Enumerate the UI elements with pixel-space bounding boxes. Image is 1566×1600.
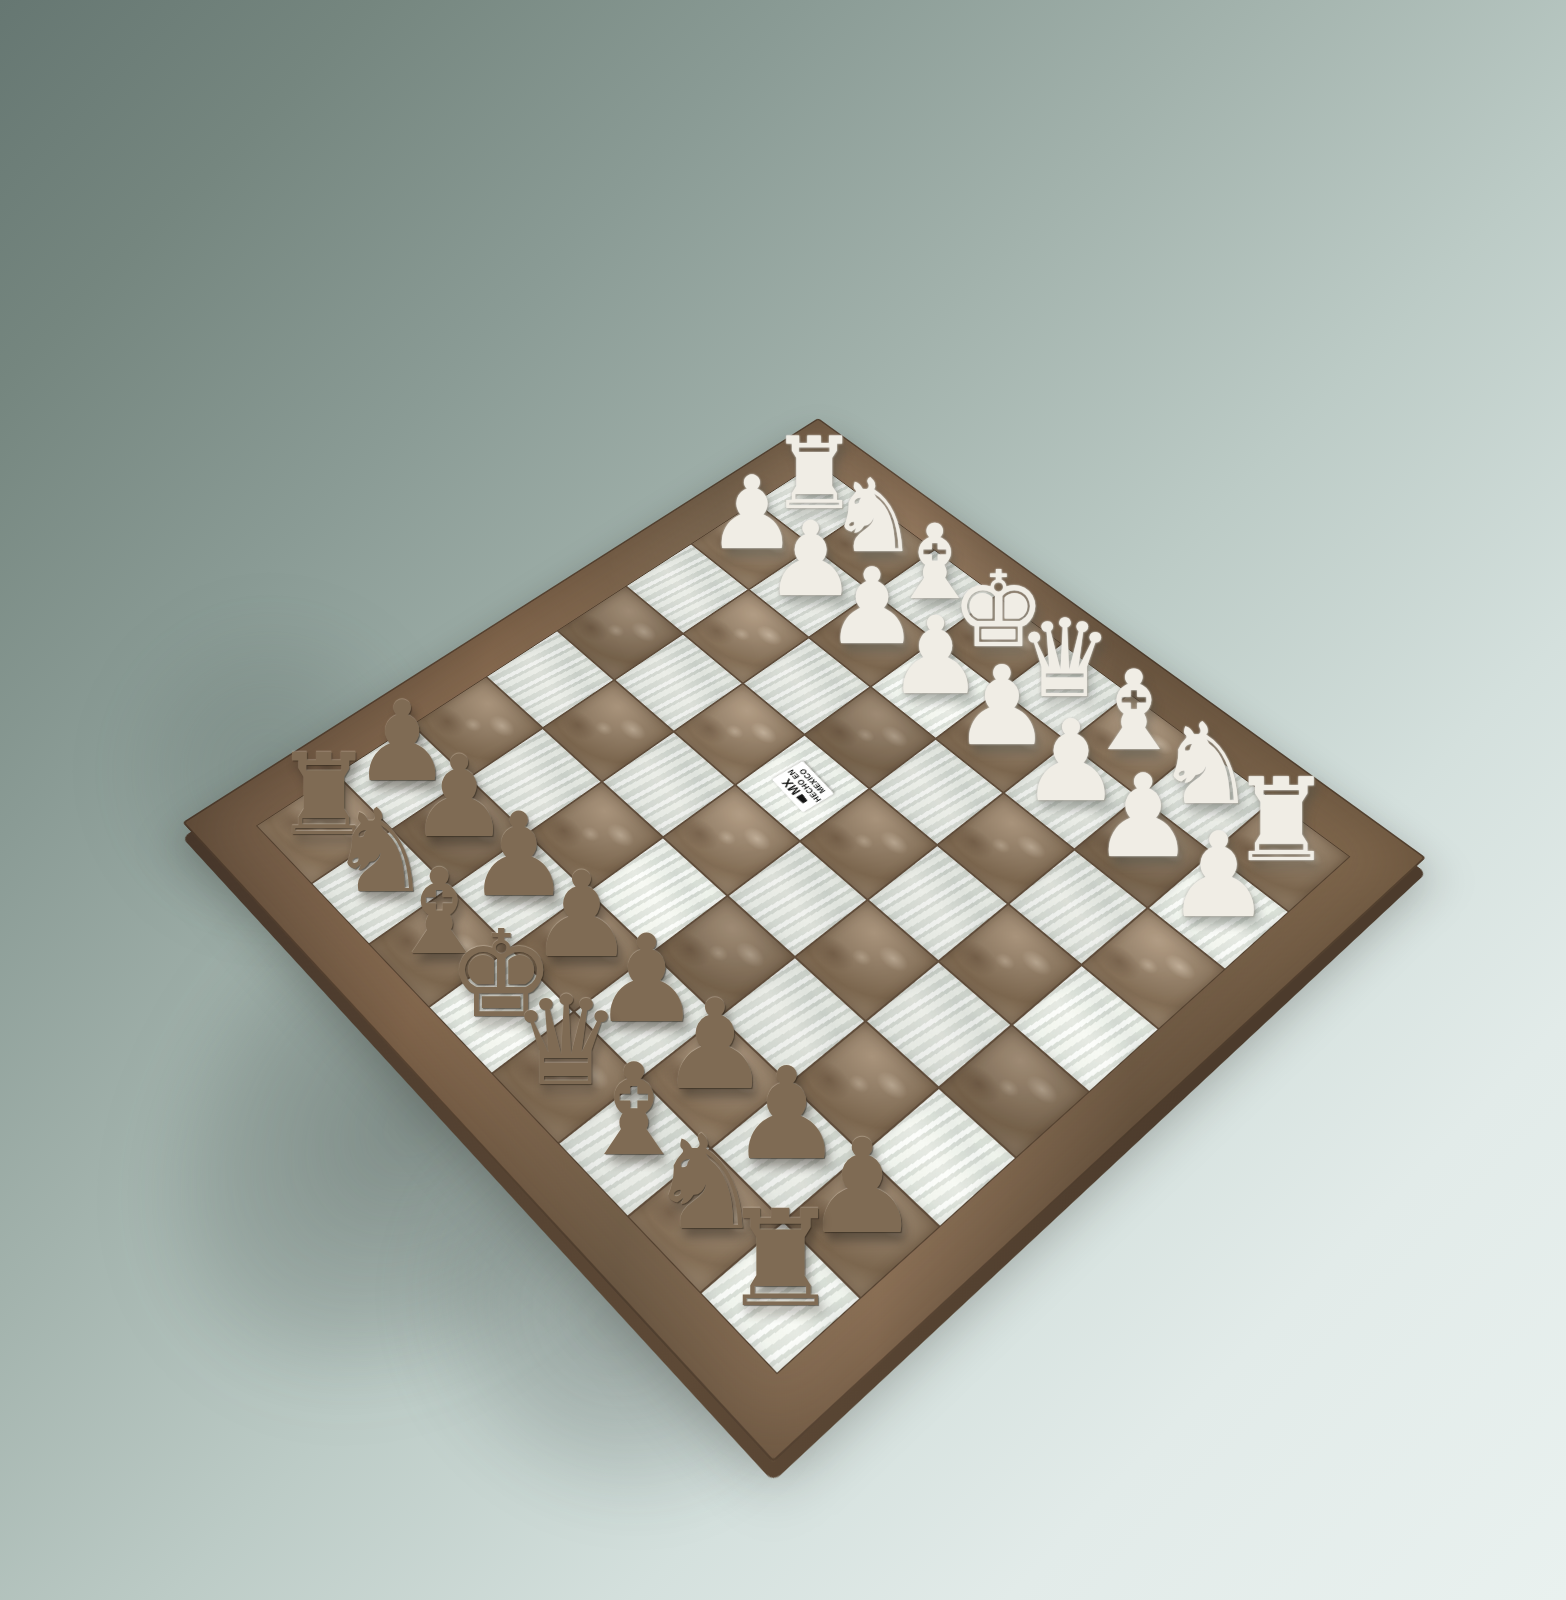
square-e6 <box>590 838 726 951</box>
square-c4 <box>869 846 1006 960</box>
square-c5 <box>796 901 936 1019</box>
square-g8 <box>312 831 448 943</box>
square-a7 <box>785 1155 939 1298</box>
square-d8 <box>493 1013 639 1142</box>
square-a4 <box>1013 966 1157 1090</box>
hecho-en-mexico-sticker: MXHECHO ENMEXICO <box>772 761 834 812</box>
square-c6 <box>721 958 864 1082</box>
square-b5 <box>867 962 1010 1086</box>
square-d6 <box>654 897 794 1015</box>
chess-board-grid: MXHECHO ENMEXICO <box>256 462 1350 1374</box>
square-d5 <box>729 842 866 955</box>
square-a3 <box>1083 909 1224 1028</box>
square-a5 <box>941 1026 1088 1156</box>
studio-background: MXHECHO ENMEXICO ♜♞♝♛♚♝♞♜♟♟♟♟♟♟♟♟♟♟♟♟♟♟♟… <box>0 0 1566 1600</box>
square-b4 <box>940 905 1081 1024</box>
square-e7 <box>512 893 651 1011</box>
square-c8 <box>559 1080 708 1215</box>
square-e8 <box>430 950 572 1073</box>
square-c7 <box>642 1018 788 1147</box>
board-frame: MXHECHO ENMEXICO <box>182 418 1426 1463</box>
chess-board: MXHECHO ENMEXICO <box>182 418 1426 1463</box>
square-a6 <box>865 1089 1015 1225</box>
square-f8 <box>370 889 509 1006</box>
square-a8 <box>702 1223 859 1373</box>
square-b3 <box>1009 850 1147 964</box>
square-b8 <box>629 1150 782 1292</box>
square-a2 <box>1150 854 1288 968</box>
square-f7 <box>451 835 587 948</box>
square-d7 <box>575 954 718 1077</box>
square-b6 <box>791 1022 938 1152</box>
square-b7 <box>712 1084 862 1220</box>
